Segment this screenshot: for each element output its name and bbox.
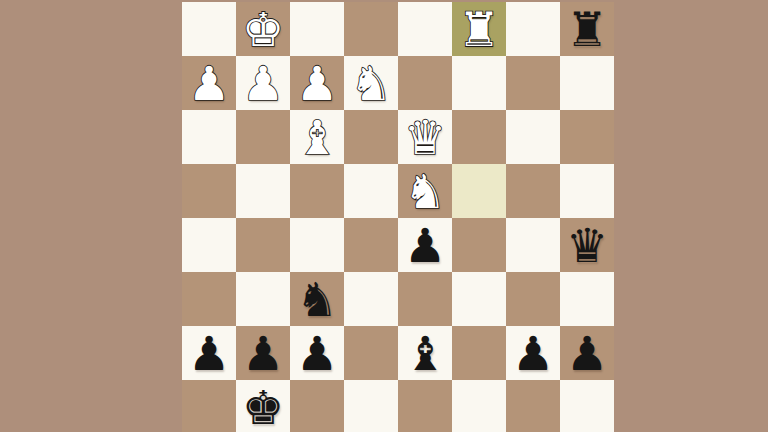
black-pawn-c2[interactable]: ♟	[290, 326, 344, 380]
square-h6[interactable]	[560, 110, 614, 164]
square-f2[interactable]	[452, 326, 506, 380]
square-c6[interactable]: ♝	[290, 110, 344, 164]
black-pawn-b2[interactable]: ♟	[236, 326, 290, 380]
black-pawn-a2[interactable]: ♟	[182, 326, 236, 380]
square-e4[interactable]: ♟	[398, 218, 452, 272]
square-d7[interactable]: ♞	[344, 56, 398, 110]
square-g1[interactable]	[506, 380, 560, 432]
square-f7[interactable]	[452, 56, 506, 110]
square-a2[interactable]: ♟	[182, 326, 236, 380]
square-d5[interactable]	[344, 164, 398, 218]
white-pawn-c7[interactable]: ♟	[290, 56, 344, 110]
square-a6[interactable]	[182, 110, 236, 164]
square-e1[interactable]	[398, 380, 452, 432]
square-c5[interactable]	[290, 164, 344, 218]
square-c7[interactable]: ♟	[290, 56, 344, 110]
square-g6[interactable]	[506, 110, 560, 164]
square-g5[interactable]	[506, 164, 560, 218]
square-a4[interactable]	[182, 218, 236, 272]
square-a7[interactable]: ♟	[182, 56, 236, 110]
square-b3[interactable]	[236, 272, 290, 326]
square-g2[interactable]: ♟	[506, 326, 560, 380]
white-pawn-b7[interactable]: ♟	[236, 56, 290, 110]
square-h1[interactable]	[560, 380, 614, 432]
white-bishop-c6[interactable]: ♝	[290, 110, 344, 164]
square-a1[interactable]	[182, 380, 236, 432]
square-b1[interactable]: ♚	[236, 380, 290, 432]
square-c1[interactable]	[290, 380, 344, 432]
white-king-b8[interactable]: ♚	[236, 2, 290, 56]
square-b4[interactable]	[236, 218, 290, 272]
white-rook-f8[interactable]: ♜	[452, 2, 506, 56]
square-d8[interactable]	[344, 2, 398, 56]
square-d6[interactable]	[344, 110, 398, 164]
square-f3[interactable]	[452, 272, 506, 326]
square-b8[interactable]: ♚	[236, 2, 290, 56]
square-b5[interactable]	[236, 164, 290, 218]
square-a8[interactable]	[182, 2, 236, 56]
square-b6[interactable]	[236, 110, 290, 164]
black-rook-h8[interactable]: ♜	[560, 2, 614, 56]
chess-board: ♚♜♜♟♟♟♞♝♛♞♟♛♞♟♟♟♝♟♟♚	[182, 2, 614, 432]
black-pawn-h2[interactable]: ♟	[560, 326, 614, 380]
square-d3[interactable]	[344, 272, 398, 326]
square-f6[interactable]	[452, 110, 506, 164]
square-c8[interactable]	[290, 2, 344, 56]
square-d1[interactable]	[344, 380, 398, 432]
square-c3[interactable]: ♞	[290, 272, 344, 326]
black-queen-h4[interactable]: ♛	[560, 218, 614, 272]
square-h3[interactable]	[560, 272, 614, 326]
square-g8[interactable]	[506, 2, 560, 56]
square-e7[interactable]	[398, 56, 452, 110]
square-e8[interactable]	[398, 2, 452, 56]
square-f8[interactable]: ♜	[452, 2, 506, 56]
square-e2[interactable]: ♝	[398, 326, 452, 380]
square-a3[interactable]	[182, 272, 236, 326]
white-pawn-a7[interactable]: ♟	[182, 56, 236, 110]
square-d4[interactable]	[344, 218, 398, 272]
white-knight-d7[interactable]: ♞	[344, 56, 398, 110]
square-a5[interactable]	[182, 164, 236, 218]
square-b7[interactable]: ♟	[236, 56, 290, 110]
square-h7[interactable]	[560, 56, 614, 110]
black-bishop-e2[interactable]: ♝	[398, 326, 452, 380]
square-b2[interactable]: ♟	[236, 326, 290, 380]
square-c2[interactable]: ♟	[290, 326, 344, 380]
square-h4[interactable]: ♛	[560, 218, 614, 272]
white-queen-e6[interactable]: ♛	[398, 110, 452, 164]
square-g7[interactable]	[506, 56, 560, 110]
square-e3[interactable]	[398, 272, 452, 326]
white-knight-e5[interactable]: ♞	[398, 164, 452, 218]
square-c4[interactable]	[290, 218, 344, 272]
black-knight-c3[interactable]: ♞	[290, 272, 344, 326]
square-e6[interactable]: ♛	[398, 110, 452, 164]
square-h2[interactable]: ♟	[560, 326, 614, 380]
square-h5[interactable]	[560, 164, 614, 218]
square-h8[interactable]: ♜	[560, 2, 614, 56]
square-f5[interactable]	[452, 164, 506, 218]
square-g3[interactable]	[506, 272, 560, 326]
page-background: ♚♜♜♟♟♟♞♝♛♞♟♛♞♟♟♟♝♟♟♚	[0, 0, 768, 432]
square-f4[interactable]	[452, 218, 506, 272]
black-pawn-e4[interactable]: ♟	[398, 218, 452, 272]
square-d2[interactable]	[344, 326, 398, 380]
square-e5[interactable]: ♞	[398, 164, 452, 218]
square-f1[interactable]	[452, 380, 506, 432]
black-king-b1[interactable]: ♚	[236, 380, 290, 432]
square-g4[interactable]	[506, 218, 560, 272]
black-pawn-g2[interactable]: ♟	[506, 326, 560, 380]
